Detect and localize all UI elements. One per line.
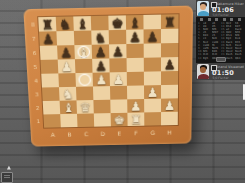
square-c8[interactable]: ♝ <box>73 16 91 31</box>
square-c4[interactable] <box>75 73 93 87</box>
square-d3[interactable] <box>93 86 110 100</box>
square-e3[interactable] <box>110 86 127 100</box>
game-sidebar: Nakamura Hikaru 01:06 5|0 Fischer 1.e4e6… <box>196 0 245 80</box>
move-cell[interactable]: dxe5 <box>226 57 235 60</box>
square-e6[interactable]: ♟ <box>109 44 127 58</box>
square-a2[interactable] <box>43 101 61 115</box>
square-a5[interactable] <box>41 60 59 74</box>
square-e7[interactable] <box>109 30 127 45</box>
square-f7[interactable]: ♟ <box>126 29 144 44</box>
square-h6[interactable] <box>161 43 178 57</box>
rank-label-7: 7 <box>29 32 39 46</box>
square-a8[interactable]: ♜ <box>38 17 56 32</box>
square-c5[interactable] <box>75 59 93 73</box>
square-f1[interactable]: ♜ <box>127 112 144 126</box>
file-label-C: C <box>78 129 95 141</box>
square-f3[interactable] <box>127 85 144 99</box>
square-b6[interactable]: ♟ <box>57 45 75 59</box>
square-h2[interactable]: ♟ <box>161 98 178 112</box>
square-h8[interactable]: ♜ <box>161 14 179 29</box>
time-control-black: 5|0 Fischer <box>213 13 229 17</box>
move-cell[interactable]: Bg5 <box>203 57 212 60</box>
square-g2[interactable] <box>144 99 161 113</box>
square-d2[interactable] <box>93 100 110 114</box>
square-b8[interactable]: ♞ <box>56 16 74 31</box>
square-d8[interactable] <box>91 16 109 31</box>
rank-label-2: 2 <box>33 101 43 115</box>
square-c6[interactable]: ♝ <box>74 45 92 59</box>
move-list-scroll-knob[interactable] <box>216 57 226 62</box>
square-f5[interactable] <box>127 58 144 72</box>
square-f6[interactable] <box>126 44 143 58</box>
time-control-white: 5|0 Fischer <box>213 76 229 80</box>
square-f4[interactable] <box>127 72 144 86</box>
square-b2[interactable]: ♝ <box>60 100 77 114</box>
toolbar-icon[interactable] <box>1 172 13 183</box>
square-g1[interactable] <box>144 112 161 126</box>
square-d4[interactable]: ♟ <box>93 72 110 86</box>
square-g6[interactable] <box>144 43 161 57</box>
square-a6[interactable] <box>40 45 58 59</box>
scrollbar[interactable] <box>243 84 245 100</box>
file-labels: ABCDEFGH <box>44 127 178 141</box>
square-c3[interactable] <box>76 86 93 100</box>
avatar-white <box>197 64 209 79</box>
square-g3[interactable]: ♟ <box>144 85 161 99</box>
rank-label-8: 8 <box>28 17 38 32</box>
square-g4[interactable] <box>144 71 161 85</box>
square-g7[interactable]: ♟ <box>144 29 161 44</box>
square-e5[interactable] <box>109 58 126 72</box>
square-c2[interactable]: ♛ <box>76 100 93 114</box>
rank-label-5: 5 <box>30 60 40 74</box>
square-b3[interactable]: ♞ <box>59 87 77 101</box>
rank-label-4: 4 <box>31 74 41 88</box>
file-label-G: G <box>144 127 161 139</box>
square-d7[interactable]: ♞ <box>91 30 109 45</box>
player-card-white: Anand Viswanathan 01:50 5|0 Fischer <box>196 63 245 80</box>
expand-arrow-icon[interactable]: ▲ <box>7 165 11 170</box>
square-f2[interactable]: ♟ <box>127 99 144 113</box>
square-c1[interactable] <box>77 113 94 127</box>
square-b1[interactable] <box>60 114 77 128</box>
piece-white-r[interactable]: ♜ <box>127 113 144 127</box>
file-label-H: H <box>161 127 178 139</box>
rank-label-3: 3 <box>32 88 42 102</box>
piece-white-k[interactable]: ♚ <box>111 114 128 128</box>
file-label-F: F <box>128 128 145 140</box>
square-b7[interactable] <box>56 31 74 46</box>
file-label-A: A <box>44 129 61 141</box>
square-a1[interactable] <box>43 114 60 128</box>
square-a7[interactable]: ♟ <box>39 31 57 46</box>
board-scene: 87654321 ♜♞♝♚♝♜♟♞♟♟♟♝♟♟♟♟♟♟♟♞♟♝♛♟♟♚♜ ABC… <box>23 1 201 154</box>
player-card-black: Nakamura Hikaru 01:06 5|0 Fischer <box>196 0 245 17</box>
square-a3[interactable] <box>42 87 60 101</box>
square-e1[interactable]: ♚ <box>111 113 128 127</box>
square-e2[interactable] <box>110 99 127 113</box>
board-frame: 87654321 ♜♞♝♚♝♜♟♞♟♟♟♝♟♟♟♟♟♟♟♞♟♝♛♟♟♚♜ ABC… <box>23 6 193 147</box>
square-h5[interactable]: ♟ <box>161 57 178 71</box>
square-h7[interactable] <box>161 29 178 44</box>
rank-label-1: 1 <box>34 114 44 127</box>
file-label-E: E <box>111 128 128 140</box>
square-g8[interactable] <box>143 15 161 30</box>
move-table-right[interactable]: 13.Qc2h614.Bh4Bd715.a3Rac816.Qd2Nh517.Rf… <box>221 22 244 60</box>
square-h4[interactable] <box>161 71 178 85</box>
square-d1[interactable] <box>94 113 111 127</box>
square-h3[interactable] <box>161 85 178 99</box>
square-b4[interactable] <box>58 73 76 87</box>
avatar-black <box>197 1 209 16</box>
square-h1[interactable] <box>161 112 178 126</box>
file-label-B: B <box>61 129 78 141</box>
file-label-D: D <box>94 128 111 140</box>
square-g5[interactable] <box>144 57 161 71</box>
square-a4[interactable] <box>41 73 59 87</box>
square-b5[interactable]: ♟ <box>58 59 76 73</box>
rank-label-6: 6 <box>30 46 40 60</box>
square-e8[interactable]: ♚ <box>108 15 126 30</box>
move-table-left[interactable]: 1.e4e62.d4d53.Nd2Nf64.e5Nfd75.Bd3c56.c3N… <box>198 22 221 60</box>
move-cell[interactable]: Qb3 <box>235 57 244 60</box>
square-f8[interactable]: ♝ <box>126 15 144 30</box>
square-c7[interactable] <box>74 31 92 46</box>
square-e4[interactable]: ♟ <box>110 72 127 86</box>
move-list-panel[interactable]: 1.e4e62.d4d53.Nd2Nf64.e5Nfd75.Bd3c56.c3N… <box>196 17 245 63</box>
square-d5[interactable]: ♟ <box>92 58 110 72</box>
chess-board[interactable]: ♜♞♝♚♝♜♟♞♟♟♟♝♟♟♟♟♟♟♟♞♟♝♛♟♟♚♜ <box>38 14 178 127</box>
square-d6[interactable]: ♟ <box>92 44 110 58</box>
